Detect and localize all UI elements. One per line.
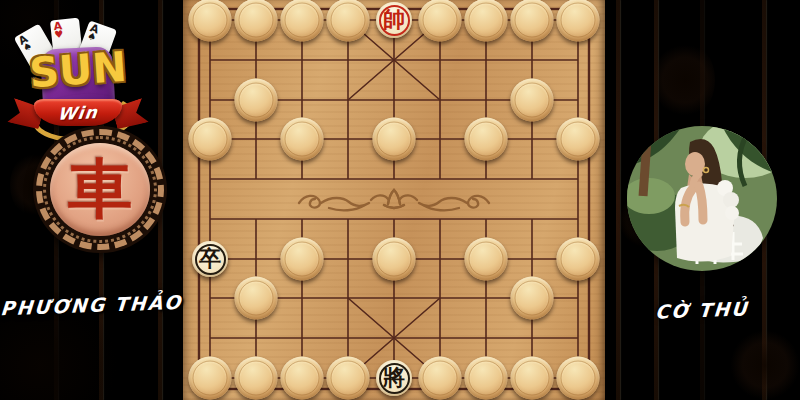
piece-facedown[interactable]	[511, 277, 554, 320]
piece-facedown[interactable]	[281, 118, 324, 161]
piece-facedown[interactable]	[235, 79, 278, 122]
board-grid	[183, 0, 605, 400]
piece-facedown[interactable]	[189, 0, 232, 42]
wood-knot	[655, 40, 715, 120]
piece-facedown[interactable]	[189, 118, 232, 161]
piece-facedown[interactable]	[419, 357, 462, 400]
piece-facedown[interactable]	[465, 357, 508, 400]
piece-facedown[interactable]	[235, 0, 278, 42]
player-name-right: CỜ THỦ	[606, 296, 797, 325]
piece-facedown[interactable]	[419, 0, 462, 42]
piece-facedown[interactable]	[557, 238, 600, 281]
piece-facedown[interactable]	[373, 238, 416, 281]
logo-sub-brand-text: Win	[57, 101, 99, 123]
chariot-character: 車	[68, 146, 132, 233]
piece-red-general[interactable]: 帥	[376, 2, 412, 38]
emblem-face: 車	[50, 143, 150, 236]
piece-facedown[interactable]	[327, 0, 370, 42]
piece-facedown[interactable]	[189, 357, 232, 400]
sunwin-logo[interactable]: A♠ A♥ A♠ SUN Win	[10, 16, 146, 128]
player-avatar[interactable]	[627, 126, 777, 271]
piece-facedown[interactable]	[465, 118, 508, 161]
player-name-left: PHƯƠNG THẢO	[0, 291, 184, 319]
xiangqi-board[interactable]: 帥卒將	[183, 0, 605, 400]
ribbon-band: Win	[34, 99, 122, 126]
scene: 帥卒將 A♠ A♥ A♠ SUN Win 車 PHƯƠNG THẢO	[0, 0, 800, 400]
piece-facedown[interactable]	[557, 118, 600, 161]
piece-facedown[interactable]	[465, 238, 508, 281]
piece-facedown[interactable]	[373, 118, 416, 161]
piece-facedown[interactable]	[281, 0, 324, 42]
piece-facedown[interactable]	[511, 79, 554, 122]
piece-facedown[interactable]	[235, 357, 278, 400]
piece-facedown[interactable]	[511, 0, 554, 42]
chariot-piece-emblem: 車	[33, 126, 167, 253]
piece-facedown[interactable]	[557, 357, 600, 400]
piece-facedown[interactable]	[465, 0, 508, 42]
logo-ribbon: Win	[10, 96, 146, 132]
piece-black-soldier[interactable]: 卒	[192, 241, 228, 277]
piece-facedown[interactable]	[235, 277, 278, 320]
plank-seam	[616, 0, 620, 400]
piece-facedown[interactable]	[557, 0, 600, 42]
piece-facedown[interactable]	[327, 357, 370, 400]
piece-facedown[interactable]	[281, 238, 324, 281]
logo-brand-text: SUN	[8, 41, 147, 98]
river-ornament	[299, 190, 489, 210]
piece-black-general[interactable]: 將	[376, 360, 412, 396]
piece-facedown[interactable]	[511, 357, 554, 400]
piece-facedown[interactable]	[281, 357, 324, 400]
avatar-photo-scene	[627, 126, 777, 271]
